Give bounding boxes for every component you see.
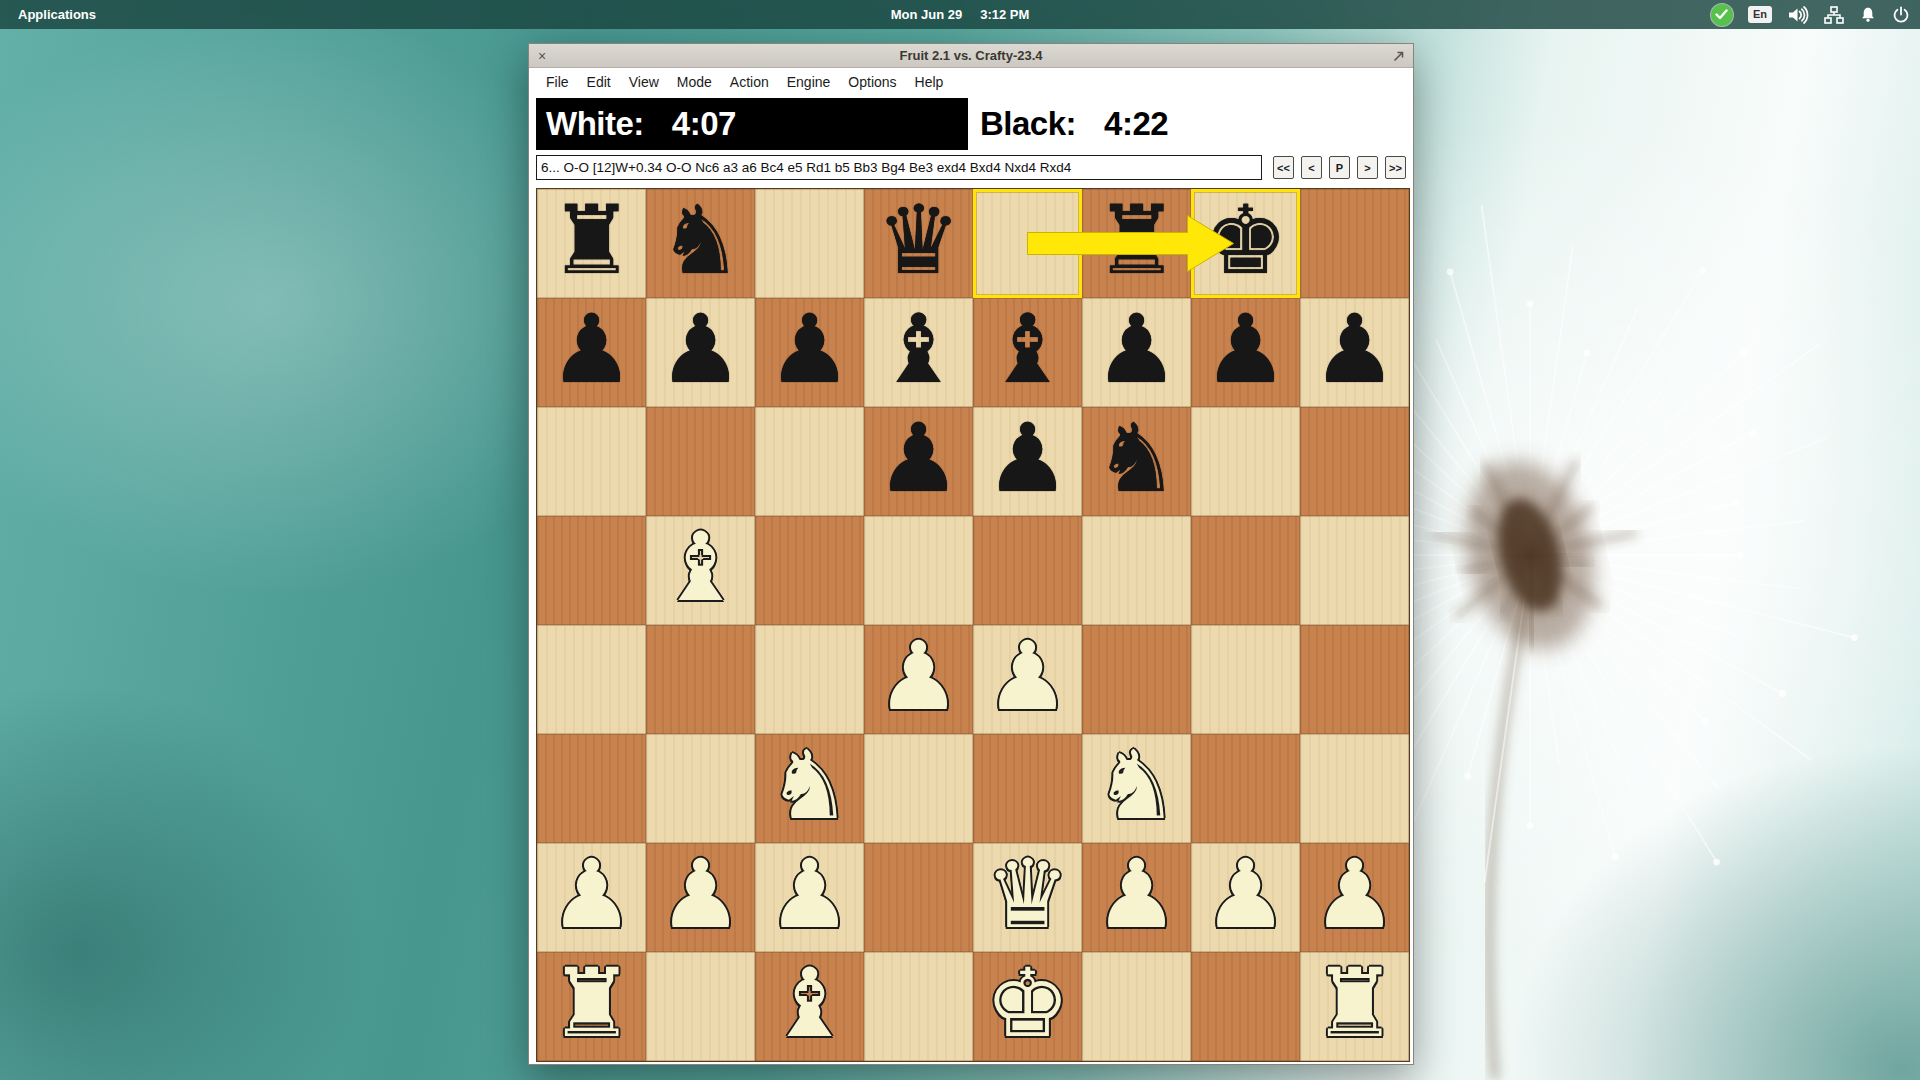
black-pawn-f7[interactable]: ♟ [1094,302,1179,397]
topbar-clock[interactable]: Mon Jun 29 3:12 PM [891,7,1030,22]
notifications-bell-icon[interactable] [1859,6,1877,24]
square-h1[interactable]: ♜ [1300,952,1409,1061]
menu-action[interactable]: Action [721,74,778,90]
white-bishop-b5[interactable]: ♝ [658,520,743,615]
square-f2[interactable]: ♟ [1082,843,1191,952]
white-rook-a1[interactable]: ♜ [549,956,634,1051]
square-f6[interactable]: ♞ [1082,407,1191,516]
chess-board[interactable]: ♜♞♛♜♚♟♟♟♝♝♟♟♟♟♟♞♝♟♟♞♞♟♟♟♛♟♟♟♜♝♚♜ [536,188,1410,1062]
volume-icon[interactable] [1787,6,1809,24]
window-title: Fruit 2.1 vs. Crafty-23.4 [529,48,1413,63]
white-pawn-g2[interactable]: ♟ [1203,847,1288,942]
white-pawn-f2[interactable]: ♟ [1094,847,1179,942]
square-a6[interactable] [537,407,646,516]
square-c8[interactable] [755,189,864,298]
square-a5[interactable] [537,516,646,625]
desktop: Applications Mon Jun 29 3:12 PM En [0,0,1920,1080]
black-pawn-g7[interactable]: ♟ [1203,302,1288,397]
menu-engine[interactable]: Engine [778,74,840,90]
black-pawn-d6[interactable]: ♟ [876,411,961,506]
square-b1[interactable] [646,952,755,1061]
nav-pause-button[interactable]: P [1329,156,1350,179]
nav-back-button[interactable]: < [1301,156,1322,179]
square-f1[interactable] [1082,952,1191,1061]
square-f4[interactable] [1082,625,1191,734]
black-king-g8[interactable]: ♚ [1203,193,1288,288]
square-a8[interactable]: ♜ [537,189,646,298]
menu-mode[interactable]: Mode [668,74,721,90]
white-queen-e2[interactable]: ♛ [985,847,1070,942]
nav-start-button[interactable]: << [1273,156,1294,179]
square-a4[interactable] [537,625,646,734]
square-e5[interactable] [973,516,1082,625]
square-h6[interactable] [1300,407,1409,516]
black-clock: Black: 4:22 [968,98,1406,150]
square-f7[interactable]: ♟ [1082,298,1191,407]
white-pawn-d4[interactable]: ♟ [876,629,961,724]
square-b8[interactable]: ♞ [646,189,755,298]
topbar-time: 3:12 PM [980,7,1029,22]
square-e7[interactable]: ♝ [973,298,1082,407]
white-pawn-c2[interactable]: ♟ [767,847,852,942]
square-h8[interactable] [1300,189,1409,298]
white-pawn-b2[interactable]: ♟ [658,847,743,942]
square-a3[interactable] [537,734,646,843]
system-tray: En [1711,4,1910,26]
move-list-field[interactable]: 6... O-O [12]W+0.34 O-O Nc6 a3 a6 Bc4 e5… [536,155,1262,180]
chess-gui-window: × Fruit 2.1 vs. Crafty-23.4 FileEditView… [528,43,1414,1065]
white-clock-time: 4:07 [672,105,736,143]
black-pawn-c7[interactable]: ♟ [767,302,852,397]
square-b3[interactable] [646,734,755,843]
square-b6[interactable] [646,407,755,516]
black-knight-b8[interactable]: ♞ [658,193,743,288]
square-g8[interactable]: ♚ [1191,189,1300,298]
square-a1[interactable]: ♜ [537,952,646,1061]
black-pawn-a7[interactable]: ♟ [549,302,634,397]
black-rook-a8[interactable]: ♜ [549,193,634,288]
applications-menu[interactable]: Applications [18,7,96,22]
square-c7[interactable]: ♟ [755,298,864,407]
square-c3[interactable]: ♞ [755,734,864,843]
menu-file[interactable]: File [537,74,578,90]
black-bishop-e7[interactable]: ♝ [985,302,1070,397]
menu-edit[interactable]: Edit [578,74,620,90]
square-c1[interactable]: ♝ [755,952,864,1061]
square-c5[interactable] [755,516,864,625]
network-icon[interactable] [1824,6,1844,24]
keyboard-layout-indicator[interactable]: En [1748,6,1772,22]
white-clock-label: White: [546,105,644,143]
square-e4[interactable]: ♟ [973,625,1082,734]
updates-check-icon[interactable] [1711,4,1733,26]
square-c6[interactable] [755,407,864,516]
black-knight-f6[interactable]: ♞ [1094,411,1179,506]
square-b5[interactable]: ♝ [646,516,755,625]
square-c4[interactable] [755,625,864,734]
power-icon[interactable] [1892,6,1910,24]
nav-end-button[interactable]: >> [1385,156,1406,179]
white-clock: White: 4:07 [536,98,968,150]
menu-view[interactable]: View [620,74,668,90]
white-rook-h1[interactable]: ♜ [1312,956,1397,1051]
square-g3[interactable] [1191,734,1300,843]
menu-bar: FileEditViewModeActionEngineOptionsHelp [529,68,1413,96]
black-pawn-h7[interactable]: ♟ [1312,302,1397,397]
square-c2[interactable]: ♟ [755,843,864,952]
square-h3[interactable] [1300,734,1409,843]
square-h4[interactable] [1300,625,1409,734]
square-e3[interactable] [973,734,1082,843]
clock-row: White: 4:07 Black: 4:22 [536,98,1406,150]
square-g7[interactable]: ♟ [1191,298,1300,407]
black-queen-d8[interactable]: ♛ [876,193,961,288]
nav-forward-button[interactable]: > [1357,156,1378,179]
square-b4[interactable] [646,625,755,734]
white-pawn-h2[interactable]: ♟ [1312,847,1397,942]
square-f3[interactable]: ♞ [1082,734,1191,843]
white-knight-c3[interactable]: ♞ [767,738,852,833]
square-h5[interactable] [1300,516,1409,625]
square-d5[interactable] [864,516,973,625]
square-e6[interactable]: ♟ [973,407,1082,516]
square-d4[interactable]: ♟ [864,625,973,734]
close-icon[interactable]: × [538,49,546,63]
square-a2[interactable]: ♟ [537,843,646,952]
white-king-e1[interactable]: ♚ [985,956,1070,1051]
square-d2[interactable] [864,843,973,952]
move-list-row: 6... O-O [12]W+0.34 O-O Nc6 a3 a6 Bc4 e5… [536,154,1406,181]
maximize-icon[interactable] [1392,49,1405,67]
white-bishop-c1[interactable]: ♝ [767,956,852,1051]
square-e1[interactable]: ♚ [973,952,1082,1061]
square-b7[interactable]: ♟ [646,298,755,407]
square-h2[interactable]: ♟ [1300,843,1409,952]
black-rook-f8[interactable]: ♜ [1094,193,1179,288]
navigation-buttons: <<<P>>> [1273,156,1406,179]
square-d8[interactable]: ♛ [864,189,973,298]
square-a7[interactable]: ♟ [537,298,646,407]
white-pawn-e4[interactable]: ♟ [985,629,1070,724]
square-d1[interactable] [864,952,973,1061]
black-pawn-b7[interactable]: ♟ [658,302,743,397]
square-e8[interactable] [973,189,1082,298]
black-bishop-d7[interactable]: ♝ [876,302,961,397]
desktop-top-bar: Applications Mon Jun 29 3:12 PM En [0,0,1920,29]
white-pawn-a2[interactable]: ♟ [549,847,634,942]
black-clock-label: Black: [980,105,1076,143]
square-b2[interactable]: ♟ [646,843,755,952]
square-f8[interactable]: ♜ [1082,189,1191,298]
square-f5[interactable] [1082,516,1191,625]
window-titlebar[interactable]: × Fruit 2.1 vs. Crafty-23.4 [529,44,1413,68]
square-h7[interactable]: ♟ [1300,298,1409,407]
square-g1[interactable] [1191,952,1300,1061]
white-knight-f3[interactable]: ♞ [1094,738,1179,833]
chess-board-area: ♜♞♛♜♚♟♟♟♝♝♟♟♟♟♟♞♝♟♟♞♞♟♟♟♛♟♟♟♜♝♚♜ [536,188,1410,1062]
square-g4[interactable] [1191,625,1300,734]
square-d6[interactable]: ♟ [864,407,973,516]
menu-options[interactable]: Options [839,74,905,90]
square-d7[interactable]: ♝ [864,298,973,407]
black-pawn-e6[interactable]: ♟ [985,411,1070,506]
square-d3[interactable] [864,734,973,843]
topbar-date: Mon Jun 29 [891,7,963,22]
square-g5[interactable] [1191,516,1300,625]
square-e2[interactable]: ♛ [973,843,1082,952]
black-clock-time: 4:22 [1104,105,1168,143]
square-g6[interactable] [1191,407,1300,516]
menu-help[interactable]: Help [906,74,953,90]
square-g2[interactable]: ♟ [1191,843,1300,952]
